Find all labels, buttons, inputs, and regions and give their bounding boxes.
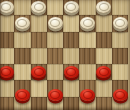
white-checker-piece[interactable] (15, 17, 30, 29)
board-square[interactable] (14, 64, 30, 80)
board-square[interactable] (0, 48, 14, 64)
white-checker-piece[interactable] (64, 1, 79, 13)
white-checker-piece[interactable] (48, 17, 63, 29)
board-square[interactable] (112, 0, 128, 15)
board-square[interactable] (14, 80, 30, 96)
board-square[interactable] (14, 32, 30, 48)
board-square[interactable] (0, 32, 14, 48)
board-square[interactable] (47, 80, 63, 96)
board-square[interactable] (96, 80, 112, 96)
board-square[interactable] (47, 64, 63, 80)
board-square[interactable] (0, 64, 14, 80)
board-square[interactable] (31, 97, 47, 110)
board-square[interactable] (31, 32, 47, 48)
board-square[interactable] (31, 64, 47, 80)
red-checker-piece[interactable] (96, 66, 111, 78)
board-square[interactable] (79, 15, 95, 31)
white-checker-piece[interactable] (0, 1, 14, 13)
board-square[interactable] (79, 48, 95, 64)
red-checker-piece[interactable] (80, 89, 95, 101)
red-checker-piece[interactable] (0, 66, 14, 78)
board-square[interactable] (63, 80, 79, 96)
board-square[interactable] (14, 15, 30, 31)
board-square[interactable] (96, 97, 112, 110)
board-square[interactable] (96, 64, 112, 80)
board-square[interactable] (112, 15, 128, 31)
white-checker-piece[interactable] (31, 1, 46, 13)
checkers-game-screen (0, 0, 130, 110)
board-square[interactable] (0, 0, 14, 15)
board-square[interactable] (47, 32, 63, 48)
board-square[interactable] (63, 48, 79, 64)
board-square[interactable] (63, 64, 79, 80)
board-square[interactable] (0, 97, 14, 110)
board-square[interactable] (47, 48, 63, 64)
board-square[interactable] (96, 48, 112, 64)
red-checker-piece[interactable] (48, 89, 63, 101)
board-square[interactable] (96, 15, 112, 31)
board-square[interactable] (96, 32, 112, 48)
white-checker-piece[interactable] (96, 1, 111, 13)
board-square[interactable] (96, 0, 112, 15)
board-square[interactable] (0, 80, 14, 96)
board-square[interactable] (79, 0, 95, 15)
white-checker-piece[interactable] (113, 17, 128, 29)
red-checker-piece[interactable] (31, 66, 46, 78)
red-checker-piece[interactable] (113, 89, 128, 101)
board-square[interactable] (31, 48, 47, 64)
board-square[interactable] (0, 15, 14, 31)
board-square[interactable] (31, 0, 47, 15)
board-square[interactable] (112, 80, 128, 96)
board-square[interactable] (79, 64, 95, 80)
board-square[interactable] (47, 15, 63, 31)
board-grid (0, 0, 128, 110)
board-square[interactable] (63, 0, 79, 15)
board-square[interactable] (63, 15, 79, 31)
white-checker-piece[interactable] (80, 17, 95, 29)
board-square[interactable] (14, 48, 30, 64)
board-square[interactable] (112, 48, 128, 64)
board-square[interactable] (47, 0, 63, 15)
board-square[interactable] (79, 32, 95, 48)
board-square[interactable] (14, 0, 30, 15)
board-square[interactable] (63, 32, 79, 48)
board-square[interactable] (112, 64, 128, 80)
red-checker-piece[interactable] (64, 66, 79, 78)
board-square[interactable] (31, 15, 47, 31)
board-square[interactable] (112, 32, 128, 48)
board-square[interactable] (63, 97, 79, 110)
board-square[interactable] (79, 80, 95, 96)
red-checker-piece[interactable] (15, 89, 30, 101)
board-square[interactable] (31, 80, 47, 96)
